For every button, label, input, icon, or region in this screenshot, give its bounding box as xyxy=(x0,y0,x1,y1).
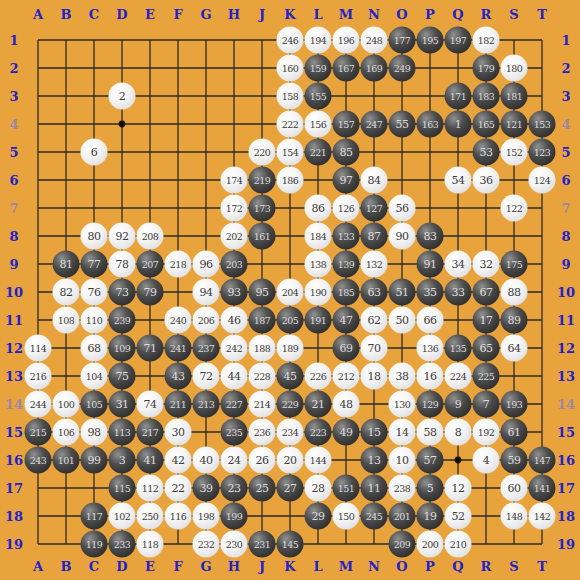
stone-D9: 78 xyxy=(109,251,136,278)
stone-C14: 105 xyxy=(81,391,108,418)
stone-H17: 23 xyxy=(221,475,248,502)
stone-N16: 13 xyxy=(361,447,388,474)
stone-L14: 21 xyxy=(305,391,332,418)
stone-H14: 227 xyxy=(221,391,248,418)
stone-M7: 126 xyxy=(333,195,360,222)
stone-N2: 169 xyxy=(361,55,388,82)
stone-E14: 74 xyxy=(137,391,164,418)
stone-R12: 65 xyxy=(473,335,500,362)
stone-N10: 63 xyxy=(361,279,388,306)
stone-M6: 97 xyxy=(333,167,360,194)
stone-D12: 109 xyxy=(109,335,136,362)
stone-C13: 104 xyxy=(81,363,108,390)
stone-T18: 142 xyxy=(529,503,556,530)
stone-D14: 31 xyxy=(109,391,136,418)
col-label-top-A: A xyxy=(33,8,43,21)
stone-O11: 50 xyxy=(389,307,416,334)
col-label-bottom-C: C xyxy=(89,560,99,573)
col-label-bottom-A: A xyxy=(33,560,43,573)
stone-H8: 202 xyxy=(221,223,248,250)
stone-G19: 232 xyxy=(193,531,220,558)
row-label-left-4: 4 xyxy=(9,118,18,131)
stone-P15: 58 xyxy=(417,419,444,446)
stone-H13: 44 xyxy=(221,363,248,390)
stone-S16: 59 xyxy=(501,447,528,474)
stone-G11: 206 xyxy=(193,307,220,334)
stone-D13: 75 xyxy=(109,363,136,390)
stone-O15: 14 xyxy=(389,419,416,446)
stone-B9: 81 xyxy=(53,251,80,278)
stone-N6: 84 xyxy=(361,167,388,194)
stone-Q13: 224 xyxy=(445,363,472,390)
stone-P13: 16 xyxy=(417,363,444,390)
stone-T16: 147 xyxy=(529,447,556,474)
row-label-left-13: 13 xyxy=(5,370,23,383)
stone-D15: 113 xyxy=(109,419,136,446)
stone-J16: 26 xyxy=(249,447,276,474)
col-label-bottom-L: L xyxy=(313,560,322,573)
stone-N13: 18 xyxy=(361,363,388,390)
row-label-right-4: 4 xyxy=(561,118,570,131)
stone-G16: 40 xyxy=(193,447,220,474)
stone-O13: 38 xyxy=(389,363,416,390)
stone-N15: 15 xyxy=(361,419,388,446)
stone-E18: 250 xyxy=(137,503,164,530)
stone-L4: 156 xyxy=(305,111,332,138)
stone-S10: 88 xyxy=(501,279,528,306)
stone-O19: 209 xyxy=(389,531,416,558)
col-label-bottom-Q: Q xyxy=(452,560,463,573)
stone-E10: 79 xyxy=(137,279,164,306)
row-label-right-1: 1 xyxy=(561,34,570,47)
col-label-bottom-R: R xyxy=(481,560,492,573)
stone-K5: 154 xyxy=(277,139,304,166)
stone-K10: 204 xyxy=(277,279,304,306)
stone-M15: 49 xyxy=(333,419,360,446)
stone-Q19: 210 xyxy=(445,531,472,558)
stone-C19: 119 xyxy=(81,531,108,558)
stone-J12: 188 xyxy=(249,335,276,362)
stone-P16: 57 xyxy=(417,447,444,474)
stone-S15: 61 xyxy=(501,419,528,446)
stone-M10: 185 xyxy=(333,279,360,306)
col-label-top-H: H xyxy=(228,8,240,21)
col-label-bottom-K: K xyxy=(284,560,295,573)
col-label-top-C: C xyxy=(89,8,99,21)
stone-F15: 30 xyxy=(165,419,192,446)
stone-S2: 180 xyxy=(501,55,528,82)
stone-R10: 67 xyxy=(473,279,500,306)
col-label-bottom-S: S xyxy=(509,560,518,573)
col-label-bottom-G: G xyxy=(200,560,211,573)
stone-P17: 5 xyxy=(417,475,444,502)
stone-A12: 114 xyxy=(25,335,52,362)
stone-R5: 53 xyxy=(473,139,500,166)
stone-K19: 145 xyxy=(277,531,304,558)
row-label-left-8: 8 xyxy=(9,230,18,243)
stone-H18: 199 xyxy=(221,503,248,530)
stone-N17: 11 xyxy=(361,475,388,502)
row-label-right-10: 10 xyxy=(557,286,575,299)
stone-R9: 32 xyxy=(473,251,500,278)
row-label-left-5: 5 xyxy=(9,146,18,159)
stone-H10: 93 xyxy=(221,279,248,306)
stone-L17: 28 xyxy=(305,475,332,502)
row-label-left-19: 19 xyxy=(5,538,23,551)
col-label-top-D: D xyxy=(116,8,127,21)
stone-Q18: 52 xyxy=(445,503,472,530)
col-label-top-T: T xyxy=(537,8,547,21)
stone-N7: 127 xyxy=(361,195,388,222)
stone-S5: 152 xyxy=(501,139,528,166)
stone-D11: 239 xyxy=(109,307,136,334)
col-label-bottom-D: D xyxy=(116,560,127,573)
stone-O17: 238 xyxy=(389,475,416,502)
stone-G9: 96 xyxy=(193,251,220,278)
col-label-top-J: J xyxy=(259,8,265,21)
stone-H19: 230 xyxy=(221,531,248,558)
col-label-top-E: E xyxy=(145,8,155,21)
col-label-top-M: M xyxy=(339,8,353,21)
stone-C9: 77 xyxy=(81,251,108,278)
stone-F11: 240 xyxy=(165,307,192,334)
col-label-bottom-J: J xyxy=(259,560,265,573)
stone-P1: 195 xyxy=(417,27,444,54)
stone-S11: 89 xyxy=(501,307,528,334)
stone-L2: 159 xyxy=(305,55,332,82)
stone-Q6: 54 xyxy=(445,167,472,194)
stone-O16: 10 xyxy=(389,447,416,474)
stone-R2: 179 xyxy=(473,55,500,82)
stone-B11: 108 xyxy=(53,307,80,334)
stone-B16: 101 xyxy=(53,447,80,474)
row-label-right-2: 2 xyxy=(561,62,570,75)
col-label-top-O: O xyxy=(396,8,407,21)
row-label-left-16: 16 xyxy=(5,454,23,467)
col-label-bottom-N: N xyxy=(368,560,380,573)
stone-R3: 183 xyxy=(473,83,500,110)
row-label-left-10: 10 xyxy=(5,286,23,299)
stone-Q14: 9 xyxy=(445,391,472,418)
row-label-right-15: 15 xyxy=(557,426,575,439)
stone-L9: 138 xyxy=(305,251,332,278)
stone-Q10: 33 xyxy=(445,279,472,306)
stone-J10: 95 xyxy=(249,279,276,306)
stone-S7: 122 xyxy=(501,195,528,222)
stone-E8: 208 xyxy=(137,223,164,250)
stone-G12: 237 xyxy=(193,335,220,362)
stone-M12: 69 xyxy=(333,335,360,362)
row-label-left-14: 14 xyxy=(5,398,23,411)
stone-P19: 200 xyxy=(417,531,444,558)
stone-R11: 17 xyxy=(473,307,500,334)
stone-C5: 6 xyxy=(81,139,108,166)
stone-C16: 99 xyxy=(81,447,108,474)
stone-R15: 192 xyxy=(473,419,500,446)
stone-O1: 177 xyxy=(389,27,416,54)
col-label-bottom-T: T xyxy=(537,560,547,573)
row-label-right-8: 8 xyxy=(561,230,570,243)
row-label-right-6: 6 xyxy=(561,174,570,187)
stone-O18: 201 xyxy=(389,503,416,530)
stone-M14: 48 xyxy=(333,391,360,418)
stone-C12: 68 xyxy=(81,335,108,362)
stone-D16: 3 xyxy=(109,447,136,474)
stone-T6: 124 xyxy=(529,167,556,194)
row-label-left-1: 1 xyxy=(9,34,18,47)
stone-H11: 46 xyxy=(221,307,248,334)
stone-L15: 223 xyxy=(305,419,332,446)
row-label-left-12: 12 xyxy=(5,342,23,355)
stone-P11: 66 xyxy=(417,307,444,334)
stone-O2: 249 xyxy=(389,55,416,82)
stone-K4: 222 xyxy=(277,111,304,138)
stone-N11: 62 xyxy=(361,307,388,334)
stone-K6: 186 xyxy=(277,167,304,194)
stone-T4: 153 xyxy=(529,111,556,138)
stone-Q12: 135 xyxy=(445,335,472,362)
stone-N18: 245 xyxy=(361,503,388,530)
col-label-bottom-B: B xyxy=(61,560,72,573)
col-label-top-R: R xyxy=(481,8,492,21)
stone-R4: 165 xyxy=(473,111,500,138)
stone-N8: 87 xyxy=(361,223,388,250)
stone-N4: 247 xyxy=(361,111,388,138)
stone-J19: 231 xyxy=(249,531,276,558)
stone-L3: 155 xyxy=(305,83,332,110)
stone-S12: 64 xyxy=(501,335,528,362)
stone-T17: 141 xyxy=(529,475,556,502)
stone-M11: 47 xyxy=(333,307,360,334)
stone-L8: 184 xyxy=(305,223,332,250)
stone-O4: 55 xyxy=(389,111,416,138)
row-label-right-11: 11 xyxy=(557,314,575,327)
stone-E16: 41 xyxy=(137,447,164,474)
stone-G17: 39 xyxy=(193,475,220,502)
stone-R1: 182 xyxy=(473,27,500,54)
stone-S17: 60 xyxy=(501,475,528,502)
stone-K15: 234 xyxy=(277,419,304,446)
stone-F16: 42 xyxy=(165,447,192,474)
stone-Q4: 1 xyxy=(445,111,472,138)
stone-M5: 85 xyxy=(333,139,360,166)
stone-L1: 194 xyxy=(305,27,332,54)
stone-H12: 242 xyxy=(221,335,248,362)
row-label-right-16: 16 xyxy=(557,454,575,467)
col-label-top-Q: Q xyxy=(452,8,463,21)
col-label-top-G: G xyxy=(200,8,211,21)
stone-N9: 132 xyxy=(361,251,388,278)
stone-F12: 241 xyxy=(165,335,192,362)
stone-H16: 24 xyxy=(221,447,248,474)
stone-S18: 148 xyxy=(501,503,528,530)
stone-M13: 212 xyxy=(333,363,360,390)
stone-F17: 22 xyxy=(165,475,192,502)
row-label-right-19: 19 xyxy=(557,538,575,551)
row-label-left-2: 2 xyxy=(9,62,18,75)
stone-R16: 4 xyxy=(473,447,500,474)
stone-P4: 163 xyxy=(417,111,444,138)
row-label-left-7: 7 xyxy=(9,202,18,215)
stone-M17: 151 xyxy=(333,475,360,502)
stone-C11: 110 xyxy=(81,307,108,334)
col-label-top-P: P xyxy=(425,8,435,21)
stone-K2: 160 xyxy=(277,55,304,82)
stone-L5: 221 xyxy=(305,139,332,166)
col-label-bottom-M: M xyxy=(339,560,353,573)
stone-J8: 161 xyxy=(249,223,276,250)
stone-C18: 117 xyxy=(81,503,108,530)
stone-H6: 174 xyxy=(221,167,248,194)
stone-Q15: 8 xyxy=(445,419,472,446)
stone-H7: 172 xyxy=(221,195,248,222)
stone-S3: 181 xyxy=(501,83,528,110)
go-board: AABBCCDDEEFFGGHHJJKKLLMMNNOOPPQQRRSSTT11… xyxy=(0,0,580,580)
stone-F13: 43 xyxy=(165,363,192,390)
stone-L18: 29 xyxy=(305,503,332,530)
col-label-top-B: B xyxy=(61,8,72,21)
stone-T5: 123 xyxy=(529,139,556,166)
stone-M4: 157 xyxy=(333,111,360,138)
stone-C8: 80 xyxy=(81,223,108,250)
stone-L11: 191 xyxy=(305,307,332,334)
stone-S9: 175 xyxy=(501,251,528,278)
stone-D3: 2 xyxy=(109,83,136,110)
stone-E12: 71 xyxy=(137,335,164,362)
stone-P9: 91 xyxy=(417,251,444,278)
row-label-left-11: 11 xyxy=(5,314,23,327)
stone-C15: 98 xyxy=(81,419,108,446)
stone-D17: 115 xyxy=(109,475,136,502)
stone-C10: 76 xyxy=(81,279,108,306)
stone-B10: 82 xyxy=(53,279,80,306)
stone-K1: 246 xyxy=(277,27,304,54)
row-label-left-6: 6 xyxy=(9,174,18,187)
stone-A15: 215 xyxy=(25,419,52,446)
stone-K13: 45 xyxy=(277,363,304,390)
stone-S14: 193 xyxy=(501,391,528,418)
stone-M9: 139 xyxy=(333,251,360,278)
stone-K17: 27 xyxy=(277,475,304,502)
stone-Q17: 12 xyxy=(445,475,472,502)
stone-K3: 158 xyxy=(277,83,304,110)
stone-F9: 218 xyxy=(165,251,192,278)
stone-K11: 205 xyxy=(277,307,304,334)
stone-G14: 213 xyxy=(193,391,220,418)
stone-D10: 73 xyxy=(109,279,136,306)
stone-R14: 7 xyxy=(473,391,500,418)
stone-G13: 72 xyxy=(193,363,220,390)
stone-O14: 130 xyxy=(389,391,416,418)
stone-F18: 116 xyxy=(165,503,192,530)
col-label-top-K: K xyxy=(284,8,295,21)
stone-P14: 129 xyxy=(417,391,444,418)
stone-A16: 243 xyxy=(25,447,52,474)
stone-N12: 70 xyxy=(361,335,388,362)
stone-L16: 144 xyxy=(305,447,332,474)
row-label-left-18: 18 xyxy=(5,510,23,523)
stone-E19: 118 xyxy=(137,531,164,558)
col-label-bottom-H: H xyxy=(228,560,240,573)
stone-R6: 36 xyxy=(473,167,500,194)
stone-B14: 100 xyxy=(53,391,80,418)
stone-S4: 121 xyxy=(501,111,528,138)
stone-G10: 94 xyxy=(193,279,220,306)
stone-J17: 25 xyxy=(249,475,276,502)
stone-L10: 190 xyxy=(305,279,332,306)
row-label-right-18: 18 xyxy=(557,510,575,523)
row-label-right-17: 17 xyxy=(557,482,575,495)
row-label-right-7: 7 xyxy=(561,202,570,215)
stone-L13: 226 xyxy=(305,363,332,390)
stone-O8: 90 xyxy=(389,223,416,250)
stone-R13: 225 xyxy=(473,363,500,390)
stone-K12: 189 xyxy=(277,335,304,362)
stone-O10: 51 xyxy=(389,279,416,306)
stone-E17: 112 xyxy=(137,475,164,502)
stone-N1: 248 xyxy=(361,27,388,54)
stone-H9: 203 xyxy=(221,251,248,278)
stone-D18: 102 xyxy=(109,503,136,530)
stone-K14: 229 xyxy=(277,391,304,418)
stone-E15: 217 xyxy=(137,419,164,446)
col-label-bottom-F: F xyxy=(173,560,182,573)
stone-J15: 236 xyxy=(249,419,276,446)
col-label-top-L: L xyxy=(313,8,322,21)
col-label-top-F: F xyxy=(173,8,182,21)
stone-J13: 228 xyxy=(249,363,276,390)
stone-J14: 214 xyxy=(249,391,276,418)
row-label-right-12: 12 xyxy=(557,342,575,355)
row-label-left-15: 15 xyxy=(5,426,23,439)
row-label-right-9: 9 xyxy=(561,258,570,271)
stone-M18: 150 xyxy=(333,503,360,530)
row-label-left-9: 9 xyxy=(9,258,18,271)
stone-A14: 244 xyxy=(25,391,52,418)
stone-J6: 219 xyxy=(249,167,276,194)
col-label-top-N: N xyxy=(368,8,380,21)
stone-L7: 86 xyxy=(305,195,332,222)
stone-M2: 167 xyxy=(333,55,360,82)
stone-Q1: 197 xyxy=(445,27,472,54)
stone-A13: 216 xyxy=(25,363,52,390)
stone-D8: 92 xyxy=(109,223,136,250)
col-label-bottom-P: P xyxy=(425,560,435,573)
stone-J11: 187 xyxy=(249,307,276,334)
col-label-bottom-O: O xyxy=(396,560,407,573)
stone-Q3: 171 xyxy=(445,83,472,110)
stone-J5: 220 xyxy=(249,139,276,166)
stone-P10: 35 xyxy=(417,279,444,306)
stone-M8: 133 xyxy=(333,223,360,250)
row-label-right-5: 5 xyxy=(561,146,570,159)
stone-O7: 56 xyxy=(389,195,416,222)
stone-G18: 198 xyxy=(193,503,220,530)
stone-J7: 173 xyxy=(249,195,276,222)
row-label-right-13: 13 xyxy=(557,370,575,383)
stone-M1: 196 xyxy=(333,27,360,54)
stone-K16: 20 xyxy=(277,447,304,474)
stone-D19: 233 xyxy=(109,531,136,558)
col-label-top-S: S xyxy=(509,8,518,21)
row-label-right-3: 3 xyxy=(561,90,570,103)
stone-F14: 211 xyxy=(165,391,192,418)
stone-B15: 106 xyxy=(53,419,80,446)
stone-H15: 235 xyxy=(221,419,248,446)
stone-Q9: 34 xyxy=(445,251,472,278)
row-label-right-14: 14 xyxy=(557,398,575,411)
stone-P8: 83 xyxy=(417,223,444,250)
